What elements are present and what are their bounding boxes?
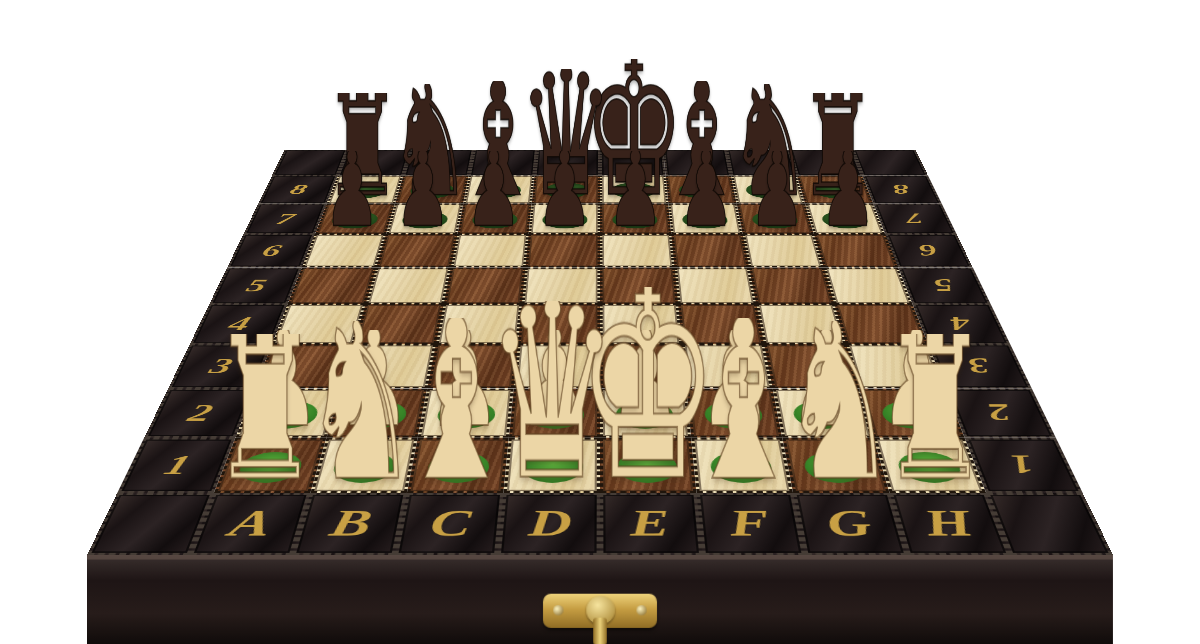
piece-black-pawn-d7: ♟ bbox=[536, 151, 593, 229]
photo-stage: 8♜♞♝♛♚♝♞♜87♟♟♟♟♟♟♟♟7665544332♟♟♟♟♟♟♟♟21♜… bbox=[0, 0, 1200, 644]
file-label-c: C bbox=[399, 495, 500, 553]
chess-board-3d: 8♜♞♝♛♚♝♞♜87♟♟♟♟♟♟♟♟7665544332♟♟♟♟♟♟♟♟21♜… bbox=[87, 150, 1113, 555]
square-b1: ♞ bbox=[310, 438, 417, 493]
square-h1: ♜ bbox=[874, 438, 987, 493]
file-label-h: H bbox=[893, 495, 1006, 553]
frame-front-rail: F bbox=[697, 493, 806, 555]
frame-front-rail: H bbox=[890, 493, 1011, 555]
latch-screw-left-icon bbox=[553, 605, 563, 615]
square-g7: ♟ bbox=[737, 204, 814, 235]
latch-pin-icon bbox=[593, 618, 607, 644]
square-h7: ♟ bbox=[805, 204, 885, 235]
piece-white-rook-a1: ♜ bbox=[211, 334, 320, 484]
rank-label-6: 6 bbox=[888, 235, 970, 266]
frame-right-rail-6: 6 bbox=[885, 234, 973, 267]
frame-left-rail-7: 7 bbox=[243, 204, 326, 235]
piece-black-pawn-g7: ♟ bbox=[749, 151, 806, 229]
file-label-d: D bbox=[501, 495, 597, 553]
frame-front-rail: C bbox=[395, 493, 504, 555]
frame-front-rail: E bbox=[600, 493, 703, 555]
square-b7: ♟ bbox=[386, 204, 463, 235]
square-b6 bbox=[376, 234, 457, 267]
file-label-e: E bbox=[603, 495, 699, 553]
square-d1: ♛ bbox=[503, 438, 600, 493]
frame-front-rail: A bbox=[190, 493, 311, 555]
piece-black-pawn-b7: ♟ bbox=[394, 151, 451, 229]
frame-right-rail-7: 7 bbox=[873, 204, 956, 235]
piece-black-pawn-f7: ♟ bbox=[678, 151, 735, 229]
file-label-b: B bbox=[296, 495, 403, 553]
square-c7: ♟ bbox=[457, 204, 531, 235]
square-a1: ♜ bbox=[214, 438, 327, 493]
piece-black-pawn-c7: ♟ bbox=[465, 151, 522, 229]
latch-screw-right-icon bbox=[636, 605, 646, 615]
piece-white-queen-d1: ♛ bbox=[486, 301, 619, 484]
board-grid: 8♜♞♝♛♚♝♞♜87♟♟♟♟♟♟♟♟7665544332♟♟♟♟♟♟♟♟21♜… bbox=[87, 150, 1113, 555]
piece-black-pawn-e7: ♟ bbox=[607, 151, 664, 229]
rank-label-6: 6 bbox=[230, 235, 312, 266]
frame-front-rail: B bbox=[292, 493, 407, 555]
file-label-a: A bbox=[194, 495, 307, 553]
frame-front-rail: G bbox=[793, 493, 908, 555]
piece-white-knight-b1: ♞ bbox=[302, 321, 420, 483]
square-a6 bbox=[302, 234, 386, 267]
box-front-face bbox=[87, 555, 1113, 644]
piece-black-pawn-a7: ♟ bbox=[324, 151, 381, 229]
piece-black-pawn-h7: ♟ bbox=[820, 151, 877, 229]
square-h6 bbox=[814, 234, 898, 267]
frame-front-rail: D bbox=[497, 493, 600, 555]
rank-label-7: 7 bbox=[876, 205, 954, 233]
square-g6 bbox=[743, 234, 824, 267]
frame-left-rail-6: 6 bbox=[227, 234, 315, 267]
square-a7: ♟ bbox=[315, 204, 395, 235]
file-label-g: G bbox=[797, 495, 904, 553]
square-f1: ♝ bbox=[691, 438, 793, 493]
brass-latch-icon bbox=[543, 593, 657, 627]
file-label-f: F bbox=[700, 495, 801, 553]
piece-white-rook-h1: ♜ bbox=[881, 334, 990, 484]
rank-label-7: 7 bbox=[246, 205, 324, 233]
square-g1: ♞ bbox=[782, 438, 889, 493]
